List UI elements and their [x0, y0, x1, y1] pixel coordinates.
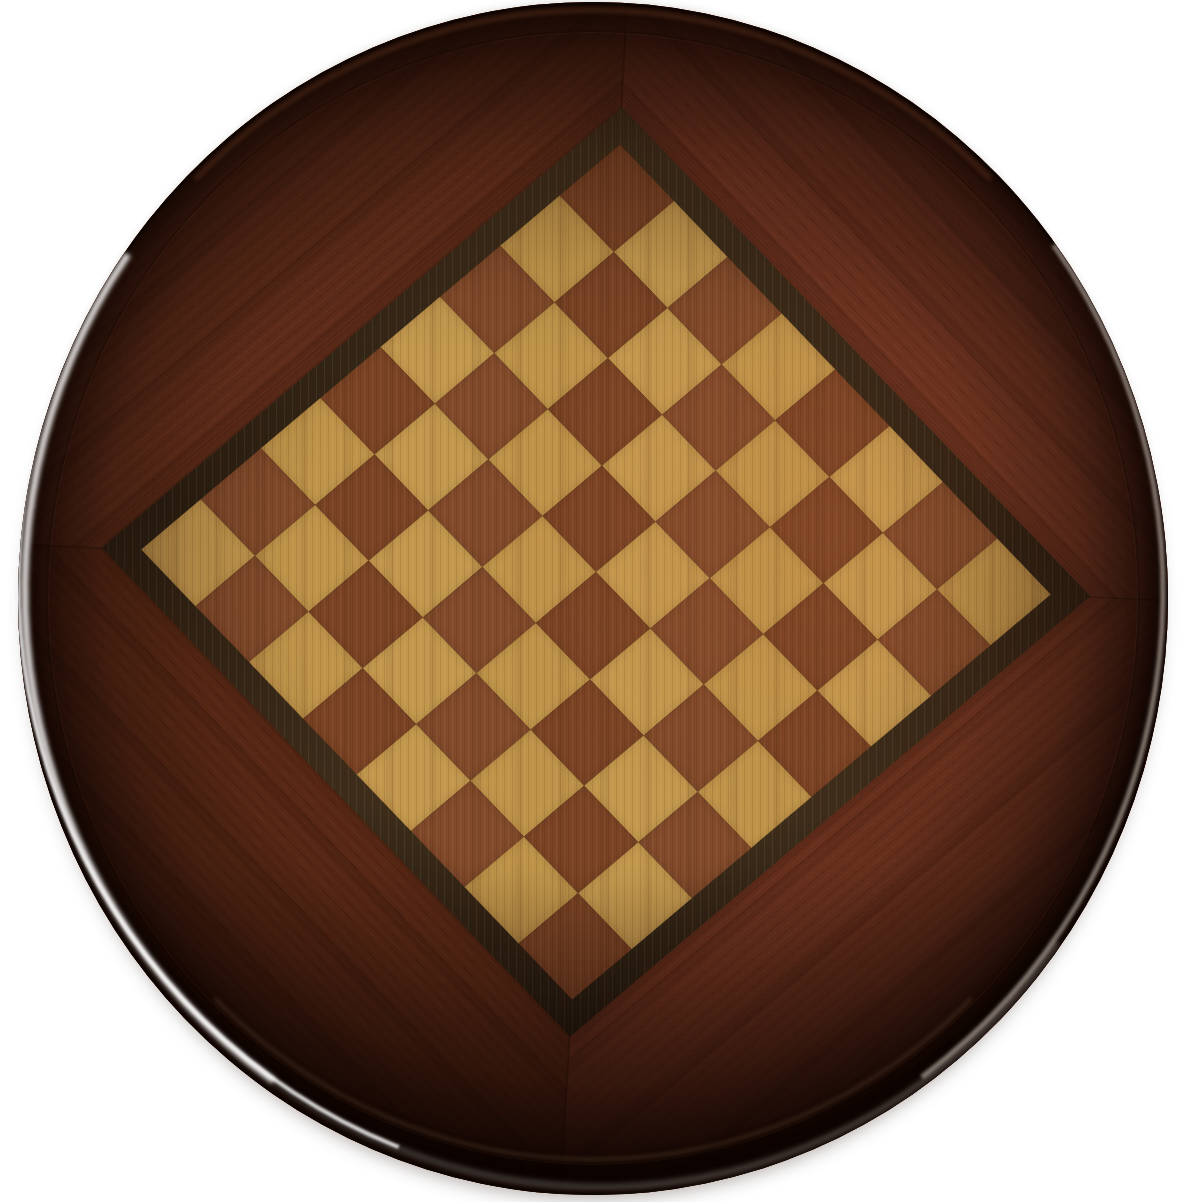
- product-photo: [0, 0, 1200, 1202]
- table-veneer: [18, 2, 1168, 1195]
- game-table-top: [18, 2, 1168, 1195]
